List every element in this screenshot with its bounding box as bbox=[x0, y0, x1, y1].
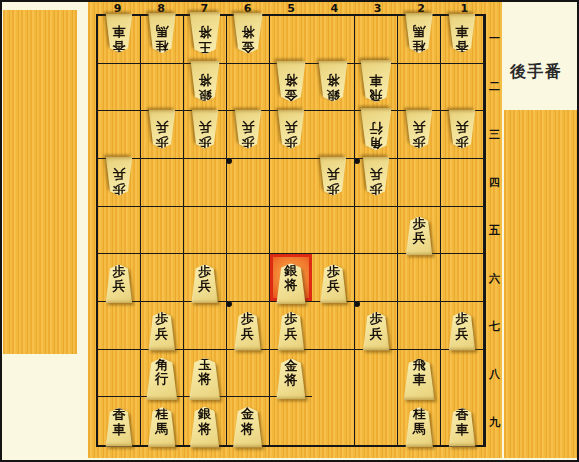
rank-label: 三 bbox=[488, 110, 501, 158]
piece-gote-pawn[interactable]: 歩兵 bbox=[404, 115, 434, 154]
square-4a[interactable] bbox=[312, 16, 355, 64]
piece-gote-lance[interactable]: 香車 bbox=[447, 20, 477, 59]
turn-indicator: 後手番 bbox=[510, 62, 563, 83]
square-2e[interactable]: 歩兵 bbox=[398, 207, 441, 255]
piece-gote-pawn[interactable]: 歩兵 bbox=[318, 163, 348, 202]
piece-gote-pawn[interactable]: 歩兵 bbox=[147, 115, 177, 154]
piece-gote-gold[interactable]: 金将 bbox=[231, 19, 264, 60]
square-5d[interactable] bbox=[270, 159, 313, 207]
square-8i[interactable]: 桂馬 bbox=[141, 397, 184, 445]
square-7g[interactable] bbox=[184, 302, 227, 350]
piece-sente-pawn[interactable]: 歩兵 bbox=[190, 258, 220, 297]
square-2g[interactable] bbox=[398, 302, 441, 350]
square-5i[interactable] bbox=[270, 397, 313, 445]
piece-sente-pawn[interactable]: 歩兵 bbox=[318, 258, 348, 297]
rank-label: 九 bbox=[488, 399, 501, 447]
square-5a[interactable] bbox=[270, 16, 313, 64]
square-1c[interactable]: 歩兵 bbox=[441, 111, 484, 159]
square-4f[interactable]: 歩兵 bbox=[312, 254, 355, 302]
square-7d[interactable] bbox=[184, 159, 227, 207]
piece-gote-knight[interactable]: 桂馬 bbox=[404, 19, 435, 59]
square-3c[interactable]: 角行 bbox=[355, 111, 398, 159]
square-8h[interactable]: 角行 bbox=[141, 350, 184, 398]
board-grid: 香車桂馬王将金将桂馬香車銀将金将銀将飛車歩兵歩兵歩兵歩兵角行歩兵歩兵歩兵歩兵歩兵… bbox=[96, 14, 486, 447]
square-6i[interactable]: 金将 bbox=[227, 397, 270, 445]
rank-label: 四 bbox=[488, 158, 501, 206]
square-7a[interactable]: 王将 bbox=[184, 16, 227, 64]
square-4g[interactable] bbox=[312, 302, 355, 350]
piece-sente-bishop[interactable]: 角行 bbox=[144, 352, 179, 394]
square-6d[interactable] bbox=[227, 159, 270, 207]
piece-gote-pawn[interactable]: 歩兵 bbox=[104, 163, 134, 202]
square-9f[interactable]: 歩兵 bbox=[98, 254, 141, 302]
square-2i[interactable]: 桂馬 bbox=[398, 397, 441, 445]
square-5c[interactable]: 歩兵 bbox=[270, 111, 313, 159]
square-3f[interactable] bbox=[355, 254, 398, 302]
square-8c[interactable]: 歩兵 bbox=[141, 111, 184, 159]
square-7c[interactable]: 歩兵 bbox=[184, 111, 227, 159]
piece-sente-knight[interactable]: 桂馬 bbox=[146, 401, 177, 441]
rank-label: 五 bbox=[488, 206, 501, 254]
piece-gote-pawn[interactable]: 歩兵 bbox=[233, 115, 263, 154]
square-6b[interactable] bbox=[227, 64, 270, 112]
square-6f[interactable] bbox=[227, 254, 270, 302]
square-9b[interactable] bbox=[98, 64, 141, 112]
square-9d[interactable]: 歩兵 bbox=[98, 159, 141, 207]
piece-sente-silver[interactable]: 銀将 bbox=[188, 401, 221, 442]
piece-sente-pawn[interactable]: 歩兵 bbox=[447, 306, 477, 345]
piece-sente-pawn[interactable]: 歩兵 bbox=[233, 306, 263, 345]
piece-gote-pawn[interactable]: 歩兵 bbox=[190, 115, 220, 154]
square-6c[interactable]: 歩兵 bbox=[227, 111, 270, 159]
square-2a[interactable]: 桂馬 bbox=[398, 16, 441, 64]
square-9h[interactable] bbox=[98, 350, 141, 398]
piece-sente-lance[interactable]: 香車 bbox=[104, 402, 134, 441]
square-6g[interactable]: 歩兵 bbox=[227, 302, 270, 350]
piece-gote-pawn[interactable]: 歩兵 bbox=[276, 115, 306, 154]
rank-label: 七 bbox=[488, 303, 501, 351]
gote-piece-stand bbox=[3, 10, 77, 354]
piece-gote-silver[interactable]: 銀将 bbox=[188, 66, 221, 107]
square-3i[interactable] bbox=[355, 397, 398, 445]
rank-label: 六 bbox=[488, 255, 501, 303]
sente-piece-stand bbox=[504, 110, 579, 458]
piece-gote-knight[interactable]: 桂馬 bbox=[146, 19, 177, 59]
square-3a[interactable] bbox=[355, 16, 398, 64]
piece-gote-bishop[interactable]: 角行 bbox=[359, 114, 394, 156]
square-4c[interactable] bbox=[312, 111, 355, 159]
square-3b[interactable]: 飛車 bbox=[355, 64, 398, 112]
square-7f[interactable]: 歩兵 bbox=[184, 254, 227, 302]
piece-gote-king[interactable]: 王将 bbox=[187, 18, 222, 60]
square-5f[interactable]: 銀将 bbox=[270, 254, 313, 302]
square-2c[interactable]: 歩兵 bbox=[398, 111, 441, 159]
piece-gote-pawn[interactable]: 歩兵 bbox=[361, 163, 391, 202]
square-6a[interactable]: 金将 bbox=[227, 16, 270, 64]
square-5g[interactable]: 歩兵 bbox=[270, 302, 313, 350]
square-2f[interactable] bbox=[398, 254, 441, 302]
piece-sente-gold[interactable]: 金将 bbox=[231, 401, 264, 442]
piece-sente-pawn[interactable]: 歩兵 bbox=[147, 306, 177, 345]
square-1g[interactable]: 歩兵 bbox=[441, 302, 484, 350]
square-7h[interactable]: 玉将 bbox=[184, 350, 227, 398]
rank-labels: 一二三四五六七八九 bbox=[488, 14, 501, 447]
piece-sente-rook[interactable]: 飛車 bbox=[402, 352, 437, 394]
square-8g[interactable]: 歩兵 bbox=[141, 302, 184, 350]
square-8e[interactable] bbox=[141, 207, 184, 255]
square-1i[interactable]: 香車 bbox=[441, 397, 484, 445]
square-2b[interactable] bbox=[398, 64, 441, 112]
shogi-app-window: 987654321 一二三四五六七八九 香車桂馬王将金将桂馬香車銀将金将銀将飛車… bbox=[0, 0, 579, 462]
piece-sente-lance[interactable]: 香車 bbox=[447, 402, 477, 441]
square-9a[interactable]: 香車 bbox=[98, 16, 141, 64]
square-1f[interactable] bbox=[441, 254, 484, 302]
piece-gote-silver[interactable]: 銀将 bbox=[317, 66, 350, 107]
square-2h[interactable]: 飛車 bbox=[398, 350, 441, 398]
square-6e[interactable] bbox=[227, 207, 270, 255]
piece-sente-pawn[interactable]: 歩兵 bbox=[404, 210, 434, 249]
square-4i[interactable] bbox=[312, 397, 355, 445]
rank-label: 八 bbox=[488, 351, 501, 399]
square-2d[interactable] bbox=[398, 159, 441, 207]
square-8b[interactable] bbox=[141, 64, 184, 112]
square-1d[interactable] bbox=[441, 159, 484, 207]
square-7e[interactable] bbox=[184, 207, 227, 255]
square-4e[interactable] bbox=[312, 207, 355, 255]
square-5e[interactable] bbox=[270, 207, 313, 255]
square-8f[interactable] bbox=[141, 254, 184, 302]
square-4h[interactable] bbox=[312, 350, 355, 398]
square-9i[interactable]: 香車 bbox=[98, 397, 141, 445]
square-5b[interactable]: 金将 bbox=[270, 64, 313, 112]
square-7i[interactable]: 銀将 bbox=[184, 397, 227, 445]
square-1e[interactable] bbox=[441, 207, 484, 255]
square-1b[interactable] bbox=[441, 64, 484, 112]
square-3h[interactable] bbox=[355, 350, 398, 398]
square-7b[interactable]: 銀将 bbox=[184, 64, 227, 112]
piece-sente-king[interactable]: 玉将 bbox=[187, 352, 222, 394]
square-8a[interactable]: 桂馬 bbox=[141, 16, 184, 64]
square-3d[interactable]: 歩兵 bbox=[355, 159, 398, 207]
square-5h[interactable]: 金将 bbox=[270, 350, 313, 398]
piece-sente-pawn[interactable]: 歩兵 bbox=[276, 306, 306, 345]
piece-gote-gold[interactable]: 金将 bbox=[274, 66, 307, 107]
square-4d[interactable]: 歩兵 bbox=[312, 159, 355, 207]
piece-gote-lance[interactable]: 香車 bbox=[104, 20, 134, 59]
rank-label: 一 bbox=[488, 14, 501, 62]
piece-sente-pawn[interactable]: 歩兵 bbox=[104, 258, 134, 297]
square-3e[interactable] bbox=[355, 207, 398, 255]
square-1a[interactable]: 香車 bbox=[441, 16, 484, 64]
square-3g[interactable]: 歩兵 bbox=[355, 302, 398, 350]
piece-sente-knight[interactable]: 桂馬 bbox=[404, 401, 435, 441]
piece-gote-pawn[interactable]: 歩兵 bbox=[447, 115, 477, 154]
square-9c[interactable] bbox=[98, 111, 141, 159]
piece-sente-gold[interactable]: 金将 bbox=[274, 352, 307, 393]
rank-label: 二 bbox=[488, 62, 501, 110]
square-8d[interactable] bbox=[141, 159, 184, 207]
piece-sente-pawn[interactable]: 歩兵 bbox=[361, 306, 391, 345]
piece-sente-silver[interactable]: 銀将 bbox=[274, 257, 307, 298]
piece-gote-rook[interactable]: 飛車 bbox=[359, 66, 394, 108]
square-9e[interactable] bbox=[98, 207, 141, 255]
square-9g[interactable] bbox=[98, 302, 141, 350]
square-6h[interactable] bbox=[227, 350, 270, 398]
square-1h[interactable] bbox=[441, 350, 484, 398]
square-4b[interactable]: 銀将 bbox=[312, 64, 355, 112]
